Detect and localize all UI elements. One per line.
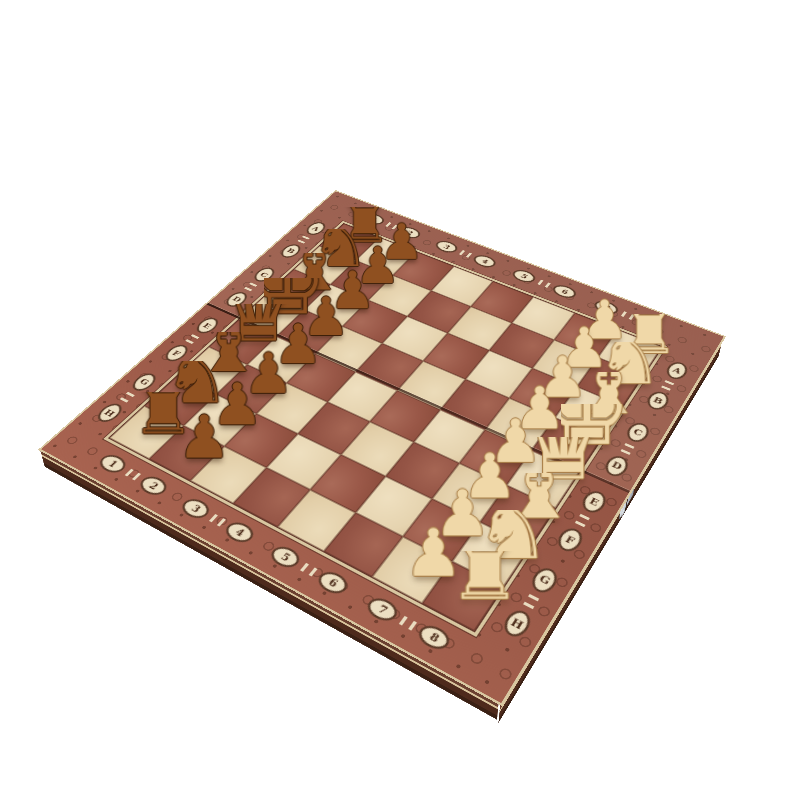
coordinate-medallion-4: 4 — [471, 253, 499, 270]
coordinate-medallion-2: 2 — [136, 473, 171, 498]
coordinate-medallion-7: 7 — [363, 594, 402, 625]
coordinate-medallion-3: 3 — [433, 239, 461, 255]
chess-board: HGFEDCBA HGFEDCBA 12345678 12345678 ♜♞♝♛… — [38, 190, 726, 706]
coordinate-medallion-F: F — [554, 525, 586, 555]
coordinate-medallion-E: E — [578, 488, 609, 516]
white-rook-glyph: ♜ — [448, 533, 521, 611]
black-pawn-a7[interactable]: ♟ — [177, 412, 230, 465]
coordinate-medallion-1: 1 — [95, 452, 130, 476]
product-photo-scene: HGFEDCBA HGFEDCBA 12345678 12345678 ♜♞♝♛… — [0, 0, 800, 800]
white-rook-a1[interactable]: ♜ — [455, 551, 515, 611]
coordinate-medallion-8: 8 — [414, 621, 453, 653]
coordinate-medallion-H: H — [93, 401, 126, 425]
coordinate-medallion-5: 5 — [267, 543, 304, 571]
coordinate-medallion-6: 6 — [314, 568, 352, 598]
coordinate-medallion-A: A — [663, 360, 690, 382]
coordinate-medallion-3: 3 — [178, 496, 214, 522]
coordinate-medallion-H: H — [500, 607, 535, 641]
coordinate-medallion-G: G — [528, 565, 562, 597]
black-pawn-glyph: ♟ — [177, 408, 231, 465]
coordinate-medallion-4: 4 — [221, 519, 258, 546]
